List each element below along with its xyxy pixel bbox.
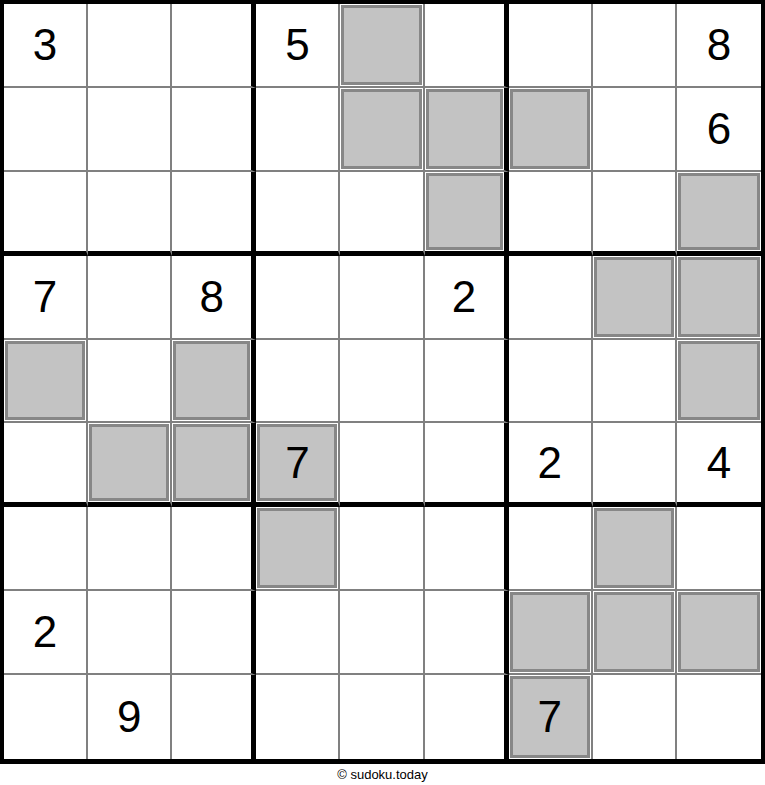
given-digit: 7 bbox=[285, 441, 309, 485]
cell-r4c9[interactable] bbox=[677, 256, 761, 340]
footer: © sudoku.today bbox=[0, 764, 765, 785]
cell-r4c6[interactable]: 2 bbox=[425, 256, 509, 340]
shaded-cell-overlay bbox=[678, 592, 760, 672]
shaded-cell-overlay bbox=[678, 173, 760, 250]
cell-r4c2[interactable] bbox=[88, 256, 172, 340]
cell-r4c5[interactable] bbox=[340, 256, 424, 340]
cell-r1c2[interactable] bbox=[88, 4, 172, 88]
cell-r5c8[interactable] bbox=[593, 340, 677, 424]
cell-r9c7[interactable]: 7 bbox=[509, 675, 593, 759]
cell-r5c5[interactable] bbox=[340, 340, 424, 424]
cell-r7c2[interactable] bbox=[88, 507, 172, 591]
cell-r9c6[interactable] bbox=[425, 675, 509, 759]
given-digit: 3 bbox=[33, 23, 57, 67]
cell-r6c6[interactable] bbox=[425, 423, 509, 507]
cell-r5c4[interactable] bbox=[256, 340, 340, 424]
cell-r4c1[interactable]: 7 bbox=[4, 256, 88, 340]
cell-r2c7[interactable] bbox=[509, 88, 593, 172]
cell-r6c8[interactable] bbox=[593, 423, 677, 507]
cell-r8c2[interactable] bbox=[88, 591, 172, 675]
given-digit: 9 bbox=[117, 695, 141, 739]
cell-r6c9[interactable]: 4 bbox=[677, 423, 761, 507]
given-digit: 4 bbox=[707, 441, 731, 485]
cell-r5c2[interactable] bbox=[88, 340, 172, 424]
cell-r1c6[interactable] bbox=[425, 4, 509, 88]
cell-r6c2[interactable] bbox=[88, 423, 172, 507]
cell-r3c5[interactable] bbox=[340, 172, 424, 256]
cell-r6c3[interactable] bbox=[172, 423, 256, 507]
cell-r2c1[interactable] bbox=[4, 88, 88, 172]
cell-r3c4[interactable] bbox=[256, 172, 340, 256]
shaded-cell-overlay bbox=[594, 508, 674, 588]
shaded-cell-overlay bbox=[678, 257, 760, 337]
cell-r8c3[interactable] bbox=[172, 591, 256, 675]
cell-r2c9[interactable]: 6 bbox=[677, 88, 761, 172]
cell-r6c5[interactable] bbox=[340, 423, 424, 507]
site-credit[interactable]: © sudoku.today bbox=[337, 767, 428, 782]
cell-r3c2[interactable] bbox=[88, 172, 172, 256]
cell-r1c5[interactable] bbox=[340, 4, 424, 88]
cell-r7c8[interactable] bbox=[593, 507, 677, 591]
shaded-cell-overlay bbox=[510, 592, 590, 672]
cell-r3c6[interactable] bbox=[425, 172, 509, 256]
cell-r1c1[interactable]: 3 bbox=[4, 4, 88, 88]
cell-r2c6[interactable] bbox=[425, 88, 509, 172]
cell-r2c3[interactable] bbox=[172, 88, 256, 172]
given-digit: 8 bbox=[200, 275, 224, 319]
cell-r9c1[interactable] bbox=[4, 675, 88, 759]
cell-r8c1[interactable]: 2 bbox=[4, 591, 88, 675]
cell-r9c8[interactable] bbox=[593, 675, 677, 759]
given-digit: 5 bbox=[285, 23, 309, 67]
shaded-cell-overlay bbox=[341, 5, 421, 85]
sudoku-page: 3586782724297 © sudoku.today bbox=[0, 0, 765, 785]
cell-r7c5[interactable] bbox=[340, 507, 424, 591]
shaded-cell-overlay bbox=[510, 89, 590, 169]
shaded-cell-overlay bbox=[89, 424, 169, 501]
cell-r7c9[interactable] bbox=[677, 507, 761, 591]
cell-r2c4[interactable] bbox=[256, 88, 340, 172]
cell-r5c6[interactable] bbox=[425, 340, 509, 424]
cell-r2c5[interactable] bbox=[340, 88, 424, 172]
given-digit: 2 bbox=[452, 275, 476, 319]
cell-r9c2[interactable]: 9 bbox=[88, 675, 172, 759]
shaded-cell-overlay bbox=[173, 341, 250, 421]
cell-r2c8[interactable] bbox=[593, 88, 677, 172]
shaded-cell-overlay bbox=[678, 341, 760, 421]
shaded-cell-overlay bbox=[5, 341, 85, 421]
cell-r9c3[interactable] bbox=[172, 675, 256, 759]
cell-r4c3[interactable]: 8 bbox=[172, 256, 256, 340]
cell-r1c8[interactable] bbox=[593, 4, 677, 88]
shaded-cell-overlay bbox=[426, 173, 503, 250]
cell-r3c7[interactable] bbox=[509, 172, 593, 256]
cell-r7c3[interactable] bbox=[172, 507, 256, 591]
cell-r6c4[interactable]: 7 bbox=[256, 423, 340, 507]
cell-r3c8[interactable] bbox=[593, 172, 677, 256]
given-digit: 2 bbox=[33, 610, 57, 654]
cell-r3c3[interactable] bbox=[172, 172, 256, 256]
cell-r5c3[interactable] bbox=[172, 340, 256, 424]
cell-r4c7[interactable] bbox=[509, 256, 593, 340]
cell-r7c1[interactable] bbox=[4, 507, 88, 591]
cell-r5c9[interactable] bbox=[677, 340, 761, 424]
given-digit: 2 bbox=[537, 441, 561, 485]
given-digit: 7 bbox=[537, 695, 561, 739]
shaded-cell-overlay bbox=[426, 89, 503, 169]
cell-r9c4[interactable] bbox=[256, 675, 340, 759]
cell-r7c6[interactable] bbox=[425, 507, 509, 591]
cell-r1c4[interactable]: 5 bbox=[256, 4, 340, 88]
shaded-cell-overlay bbox=[173, 424, 250, 501]
cell-r1c3[interactable] bbox=[172, 4, 256, 88]
cell-r1c9[interactable]: 8 bbox=[677, 4, 761, 88]
shaded-cell-overlay bbox=[341, 89, 421, 169]
given-digit: 7 bbox=[33, 275, 57, 319]
cell-r1c7[interactable] bbox=[509, 4, 593, 88]
cell-r5c7[interactable] bbox=[509, 340, 593, 424]
cell-r8c6[interactable] bbox=[425, 591, 509, 675]
cell-r3c9[interactable] bbox=[677, 172, 761, 256]
cell-r8c9[interactable] bbox=[677, 591, 761, 675]
cell-r4c4[interactable] bbox=[256, 256, 340, 340]
cell-r3c1[interactable] bbox=[4, 172, 88, 256]
shaded-cell-overlay bbox=[594, 257, 674, 337]
cell-r6c1[interactable] bbox=[4, 423, 88, 507]
cell-r8c4[interactable] bbox=[256, 591, 340, 675]
cell-r6c7[interactable]: 2 bbox=[509, 423, 593, 507]
cell-r5c1[interactable] bbox=[4, 340, 88, 424]
cell-r8c8[interactable] bbox=[593, 591, 677, 675]
cell-r8c7[interactable] bbox=[509, 591, 593, 675]
cell-r8c5[interactable] bbox=[340, 591, 424, 675]
given-digit: 8 bbox=[707, 23, 731, 67]
given-digit: 6 bbox=[707, 107, 731, 151]
cell-r7c7[interactable] bbox=[509, 507, 593, 591]
cell-r4c8[interactable] bbox=[593, 256, 677, 340]
sudoku-grid: 3586782724297 bbox=[0, 0, 765, 764]
cell-r7c4[interactable] bbox=[256, 507, 340, 591]
cell-r9c5[interactable] bbox=[340, 675, 424, 759]
cell-r2c2[interactable] bbox=[88, 88, 172, 172]
shaded-cell-overlay bbox=[594, 592, 674, 672]
cell-r9c9[interactable] bbox=[677, 675, 761, 759]
shaded-cell-overlay bbox=[257, 508, 337, 588]
